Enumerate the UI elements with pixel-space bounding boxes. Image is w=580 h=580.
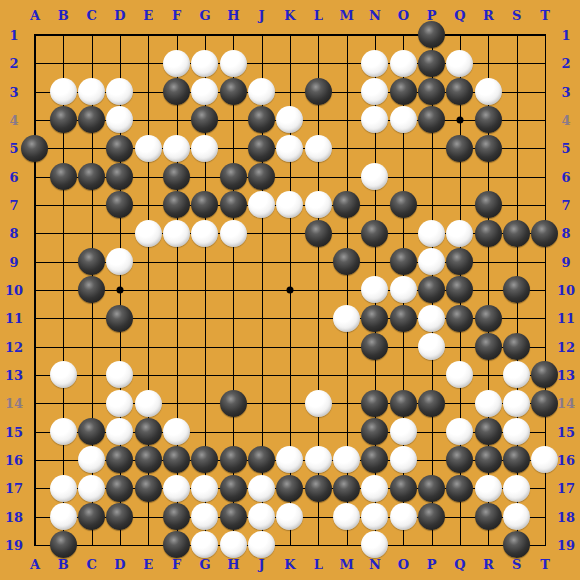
point-R7[interactable]	[474, 191, 502, 219]
point-H8[interactable]	[219, 219, 247, 247]
point-O6[interactable]	[389, 162, 417, 190]
point-E6[interactable]	[134, 162, 162, 190]
point-D17[interactable]	[106, 474, 134, 502]
point-O12[interactable]	[389, 332, 417, 360]
point-N16[interactable]	[361, 446, 389, 474]
point-M15[interactable]	[332, 417, 360, 445]
point-D2[interactable]	[106, 49, 134, 77]
point-Q19[interactable]	[446, 531, 474, 559]
point-S3[interactable]	[502, 77, 530, 105]
point-S14[interactable]	[502, 389, 530, 417]
point-Q16[interactable]	[446, 446, 474, 474]
point-M12[interactable]	[332, 332, 360, 360]
point-R9[interactable]	[474, 247, 502, 275]
point-L4[interactable]	[304, 106, 332, 134]
point-P1[interactable]	[417, 21, 445, 49]
point-O13[interactable]	[389, 361, 417, 389]
point-N19[interactable]	[361, 531, 389, 559]
point-M18[interactable]	[332, 502, 360, 530]
point-K1[interactable]	[276, 21, 304, 49]
point-K6[interactable]	[276, 162, 304, 190]
point-P3[interactable]	[417, 77, 445, 105]
point-K15[interactable]	[276, 417, 304, 445]
point-Q10[interactable]	[446, 276, 474, 304]
point-E17[interactable]	[134, 474, 162, 502]
point-J3[interactable]	[247, 77, 275, 105]
point-C5[interactable]	[77, 134, 105, 162]
point-P10[interactable]	[417, 276, 445, 304]
point-H6[interactable]	[219, 162, 247, 190]
point-E15[interactable]	[134, 417, 162, 445]
point-S7[interactable]	[502, 191, 530, 219]
point-J5[interactable]	[247, 134, 275, 162]
point-C7[interactable]	[77, 191, 105, 219]
point-C16[interactable]	[77, 446, 105, 474]
point-D7[interactable]	[106, 191, 134, 219]
point-L2[interactable]	[304, 49, 332, 77]
point-P2[interactable]	[417, 49, 445, 77]
point-T16[interactable]	[531, 446, 559, 474]
point-E4[interactable]	[134, 106, 162, 134]
point-C8[interactable]	[77, 219, 105, 247]
point-B11[interactable]	[49, 304, 77, 332]
point-C6[interactable]	[77, 162, 105, 190]
point-E13[interactable]	[134, 361, 162, 389]
point-B3[interactable]	[49, 77, 77, 105]
point-P7[interactable]	[417, 191, 445, 219]
point-T2[interactable]	[531, 49, 559, 77]
point-S17[interactable]	[502, 474, 530, 502]
point-M19[interactable]	[332, 531, 360, 559]
point-J6[interactable]	[247, 162, 275, 190]
point-L11[interactable]	[304, 304, 332, 332]
point-F6[interactable]	[162, 162, 190, 190]
point-P15[interactable]	[417, 417, 445, 445]
point-K8[interactable]	[276, 219, 304, 247]
point-J19[interactable]	[247, 531, 275, 559]
point-O4[interactable]	[389, 106, 417, 134]
point-J9[interactable]	[247, 247, 275, 275]
point-R13[interactable]	[474, 361, 502, 389]
point-K19[interactable]	[276, 531, 304, 559]
point-Q8[interactable]	[446, 219, 474, 247]
point-G13[interactable]	[191, 361, 219, 389]
point-M2[interactable]	[332, 49, 360, 77]
point-M13[interactable]	[332, 361, 360, 389]
point-N11[interactable]	[361, 304, 389, 332]
point-R2[interactable]	[474, 49, 502, 77]
point-H3[interactable]	[219, 77, 247, 105]
point-N17[interactable]	[361, 474, 389, 502]
point-O3[interactable]	[389, 77, 417, 105]
point-F9[interactable]	[162, 247, 190, 275]
point-T13[interactable]	[531, 361, 559, 389]
point-Q3[interactable]	[446, 77, 474, 105]
point-P18[interactable]	[417, 502, 445, 530]
point-M4[interactable]	[332, 106, 360, 134]
point-S9[interactable]	[502, 247, 530, 275]
point-N6[interactable]	[361, 162, 389, 190]
point-Q4[interactable]	[446, 106, 474, 134]
point-B18[interactable]	[49, 502, 77, 530]
point-M17[interactable]	[332, 474, 360, 502]
point-M6[interactable]	[332, 162, 360, 190]
point-E19[interactable]	[134, 531, 162, 559]
point-H1[interactable]	[219, 21, 247, 49]
point-B16[interactable]	[49, 446, 77, 474]
point-R14[interactable]	[474, 389, 502, 417]
point-K14[interactable]	[276, 389, 304, 417]
point-J14[interactable]	[247, 389, 275, 417]
point-Q9[interactable]	[446, 247, 474, 275]
point-D4[interactable]	[106, 106, 134, 134]
point-S19[interactable]	[502, 531, 530, 559]
point-F8[interactable]	[162, 219, 190, 247]
point-G19[interactable]	[191, 531, 219, 559]
point-O2[interactable]	[389, 49, 417, 77]
point-K10[interactable]	[276, 276, 304, 304]
point-Q5[interactable]	[446, 134, 474, 162]
point-T12[interactable]	[531, 332, 559, 360]
point-P13[interactable]	[417, 361, 445, 389]
point-M14[interactable]	[332, 389, 360, 417]
point-Q11[interactable]	[446, 304, 474, 332]
point-S11[interactable]	[502, 304, 530, 332]
point-B1[interactable]	[49, 21, 77, 49]
point-L16[interactable]	[304, 446, 332, 474]
point-J11[interactable]	[247, 304, 275, 332]
point-H18[interactable]	[219, 502, 247, 530]
point-D18[interactable]	[106, 502, 134, 530]
point-O1[interactable]	[389, 21, 417, 49]
point-F15[interactable]	[162, 417, 190, 445]
point-B13[interactable]	[49, 361, 77, 389]
point-F18[interactable]	[162, 502, 190, 530]
point-A10[interactable]	[21, 276, 49, 304]
point-Q15[interactable]	[446, 417, 474, 445]
point-C4[interactable]	[77, 106, 105, 134]
point-C19[interactable]	[77, 531, 105, 559]
point-N13[interactable]	[361, 361, 389, 389]
point-M9[interactable]	[332, 247, 360, 275]
point-H12[interactable]	[219, 332, 247, 360]
point-N1[interactable]	[361, 21, 389, 49]
point-D3[interactable]	[106, 77, 134, 105]
point-O14[interactable]	[389, 389, 417, 417]
point-S2[interactable]	[502, 49, 530, 77]
point-R11[interactable]	[474, 304, 502, 332]
point-T1[interactable]	[531, 21, 559, 49]
point-E8[interactable]	[134, 219, 162, 247]
point-A15[interactable]	[21, 417, 49, 445]
point-H13[interactable]	[219, 361, 247, 389]
point-H10[interactable]	[219, 276, 247, 304]
point-Q14[interactable]	[446, 389, 474, 417]
point-R6[interactable]	[474, 162, 502, 190]
point-E11[interactable]	[134, 304, 162, 332]
point-E14[interactable]	[134, 389, 162, 417]
point-R3[interactable]	[474, 77, 502, 105]
point-T11[interactable]	[531, 304, 559, 332]
point-T6[interactable]	[531, 162, 559, 190]
point-E16[interactable]	[134, 446, 162, 474]
point-S10[interactable]	[502, 276, 530, 304]
point-N2[interactable]	[361, 49, 389, 77]
point-S6[interactable]	[502, 162, 530, 190]
point-B7[interactable]	[49, 191, 77, 219]
point-C3[interactable]	[77, 77, 105, 105]
point-D9[interactable]	[106, 247, 134, 275]
point-T10[interactable]	[531, 276, 559, 304]
point-E3[interactable]	[134, 77, 162, 105]
point-T3[interactable]	[531, 77, 559, 105]
point-N5[interactable]	[361, 134, 389, 162]
point-K11[interactable]	[276, 304, 304, 332]
point-O10[interactable]	[389, 276, 417, 304]
point-D13[interactable]	[106, 361, 134, 389]
point-J10[interactable]	[247, 276, 275, 304]
point-A12[interactable]	[21, 332, 49, 360]
point-N18[interactable]	[361, 502, 389, 530]
point-D11[interactable]	[106, 304, 134, 332]
point-P5[interactable]	[417, 134, 445, 162]
point-G14[interactable]	[191, 389, 219, 417]
point-B4[interactable]	[49, 106, 77, 134]
point-F17[interactable]	[162, 474, 190, 502]
point-B9[interactable]	[49, 247, 77, 275]
point-T8[interactable]	[531, 219, 559, 247]
point-H17[interactable]	[219, 474, 247, 502]
point-J7[interactable]	[247, 191, 275, 219]
point-F14[interactable]	[162, 389, 190, 417]
point-A19[interactable]	[21, 531, 49, 559]
point-G1[interactable]	[191, 21, 219, 49]
point-H5[interactable]	[219, 134, 247, 162]
point-B5[interactable]	[49, 134, 77, 162]
point-S8[interactable]	[502, 219, 530, 247]
point-E1[interactable]	[134, 21, 162, 49]
point-A6[interactable]	[21, 162, 49, 190]
point-N12[interactable]	[361, 332, 389, 360]
point-M5[interactable]	[332, 134, 360, 162]
point-J12[interactable]	[247, 332, 275, 360]
point-R18[interactable]	[474, 502, 502, 530]
point-N3[interactable]	[361, 77, 389, 105]
point-R16[interactable]	[474, 446, 502, 474]
point-B6[interactable]	[49, 162, 77, 190]
point-F7[interactable]	[162, 191, 190, 219]
point-Q13[interactable]	[446, 361, 474, 389]
point-S12[interactable]	[502, 332, 530, 360]
point-H19[interactable]	[219, 531, 247, 559]
point-J16[interactable]	[247, 446, 275, 474]
point-A11[interactable]	[21, 304, 49, 332]
point-Q17[interactable]	[446, 474, 474, 502]
point-S18[interactable]	[502, 502, 530, 530]
point-P19[interactable]	[417, 531, 445, 559]
point-G18[interactable]	[191, 502, 219, 530]
point-R1[interactable]	[474, 21, 502, 49]
point-G10[interactable]	[191, 276, 219, 304]
point-K16[interactable]	[276, 446, 304, 474]
point-O16[interactable]	[389, 446, 417, 474]
point-T5[interactable]	[531, 134, 559, 162]
point-P6[interactable]	[417, 162, 445, 190]
point-K4[interactable]	[276, 106, 304, 134]
point-L3[interactable]	[304, 77, 332, 105]
point-G17[interactable]	[191, 474, 219, 502]
point-F10[interactable]	[162, 276, 190, 304]
point-Q7[interactable]	[446, 191, 474, 219]
point-B15[interactable]	[49, 417, 77, 445]
point-A4[interactable]	[21, 106, 49, 134]
point-R8[interactable]	[474, 219, 502, 247]
point-J2[interactable]	[247, 49, 275, 77]
point-B17[interactable]	[49, 474, 77, 502]
point-C14[interactable]	[77, 389, 105, 417]
point-A13[interactable]	[21, 361, 49, 389]
point-M11[interactable]	[332, 304, 360, 332]
point-P4[interactable]	[417, 106, 445, 134]
point-R17[interactable]	[474, 474, 502, 502]
point-N14[interactable]	[361, 389, 389, 417]
point-D15[interactable]	[106, 417, 134, 445]
point-K18[interactable]	[276, 502, 304, 530]
point-S4[interactable]	[502, 106, 530, 134]
point-A9[interactable]	[21, 247, 49, 275]
point-T15[interactable]	[531, 417, 559, 445]
point-B2[interactable]	[49, 49, 77, 77]
point-C15[interactable]	[77, 417, 105, 445]
point-M1[interactable]	[332, 21, 360, 49]
point-P9[interactable]	[417, 247, 445, 275]
point-T18[interactable]	[531, 502, 559, 530]
point-C1[interactable]	[77, 21, 105, 49]
point-J1[interactable]	[247, 21, 275, 49]
point-R19[interactable]	[474, 531, 502, 559]
point-K12[interactable]	[276, 332, 304, 360]
point-N4[interactable]	[361, 106, 389, 134]
point-L19[interactable]	[304, 531, 332, 559]
point-F3[interactable]	[162, 77, 190, 105]
point-R4[interactable]	[474, 106, 502, 134]
point-E2[interactable]	[134, 49, 162, 77]
point-G2[interactable]	[191, 49, 219, 77]
point-D6[interactable]	[106, 162, 134, 190]
point-E12[interactable]	[134, 332, 162, 360]
point-R15[interactable]	[474, 417, 502, 445]
point-F12[interactable]	[162, 332, 190, 360]
point-O15[interactable]	[389, 417, 417, 445]
point-O18[interactable]	[389, 502, 417, 530]
point-G11[interactable]	[191, 304, 219, 332]
point-E18[interactable]	[134, 502, 162, 530]
point-A16[interactable]	[21, 446, 49, 474]
point-N7[interactable]	[361, 191, 389, 219]
point-B10[interactable]	[49, 276, 77, 304]
point-D16[interactable]	[106, 446, 134, 474]
point-P11[interactable]	[417, 304, 445, 332]
point-D12[interactable]	[106, 332, 134, 360]
point-E7[interactable]	[134, 191, 162, 219]
point-Q2[interactable]	[446, 49, 474, 77]
point-C11[interactable]	[77, 304, 105, 332]
point-A17[interactable]	[21, 474, 49, 502]
point-C17[interactable]	[77, 474, 105, 502]
point-P16[interactable]	[417, 446, 445, 474]
point-F11[interactable]	[162, 304, 190, 332]
point-T4[interactable]	[531, 106, 559, 134]
point-M16[interactable]	[332, 446, 360, 474]
point-L9[interactable]	[304, 247, 332, 275]
point-Q1[interactable]	[446, 21, 474, 49]
point-H4[interactable]	[219, 106, 247, 134]
point-K17[interactable]	[276, 474, 304, 502]
point-T17[interactable]	[531, 474, 559, 502]
point-G5[interactable]	[191, 134, 219, 162]
point-C18[interactable]	[77, 502, 105, 530]
point-P12[interactable]	[417, 332, 445, 360]
point-M8[interactable]	[332, 219, 360, 247]
point-H14[interactable]	[219, 389, 247, 417]
point-L17[interactable]	[304, 474, 332, 502]
point-Q6[interactable]	[446, 162, 474, 190]
point-H15[interactable]	[219, 417, 247, 445]
point-C2[interactable]	[77, 49, 105, 77]
point-S1[interactable]	[502, 21, 530, 49]
point-B12[interactable]	[49, 332, 77, 360]
point-N15[interactable]	[361, 417, 389, 445]
point-N10[interactable]	[361, 276, 389, 304]
point-G16[interactable]	[191, 446, 219, 474]
point-C12[interactable]	[77, 332, 105, 360]
point-F13[interactable]	[162, 361, 190, 389]
point-T9[interactable]	[531, 247, 559, 275]
point-L12[interactable]	[304, 332, 332, 360]
point-L10[interactable]	[304, 276, 332, 304]
point-L1[interactable]	[304, 21, 332, 49]
point-G4[interactable]	[191, 106, 219, 134]
point-R12[interactable]	[474, 332, 502, 360]
point-A7[interactable]	[21, 191, 49, 219]
point-E5[interactable]	[134, 134, 162, 162]
point-F2[interactable]	[162, 49, 190, 77]
point-A2[interactable]	[21, 49, 49, 77]
point-O8[interactable]	[389, 219, 417, 247]
point-Q12[interactable]	[446, 332, 474, 360]
point-D1[interactable]	[106, 21, 134, 49]
point-F19[interactable]	[162, 531, 190, 559]
point-G8[interactable]	[191, 219, 219, 247]
point-K5[interactable]	[276, 134, 304, 162]
point-B8[interactable]	[49, 219, 77, 247]
point-O17[interactable]	[389, 474, 417, 502]
point-F16[interactable]	[162, 446, 190, 474]
point-K2[interactable]	[276, 49, 304, 77]
point-J8[interactable]	[247, 219, 275, 247]
point-K3[interactable]	[276, 77, 304, 105]
point-J18[interactable]	[247, 502, 275, 530]
point-L7[interactable]	[304, 191, 332, 219]
point-G12[interactable]	[191, 332, 219, 360]
point-N9[interactable]	[361, 247, 389, 275]
point-L8[interactable]	[304, 219, 332, 247]
point-O5[interactable]	[389, 134, 417, 162]
point-S16[interactable]	[502, 446, 530, 474]
point-L18[interactable]	[304, 502, 332, 530]
point-H7[interactable]	[219, 191, 247, 219]
point-C10[interactable]	[77, 276, 105, 304]
